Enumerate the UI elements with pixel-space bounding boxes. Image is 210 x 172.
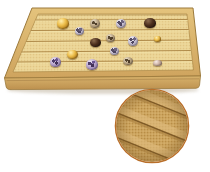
tray-front-panel [5, 76, 201, 90]
product-photo [0, 0, 210, 172]
tray-illustration [0, 0, 210, 172]
